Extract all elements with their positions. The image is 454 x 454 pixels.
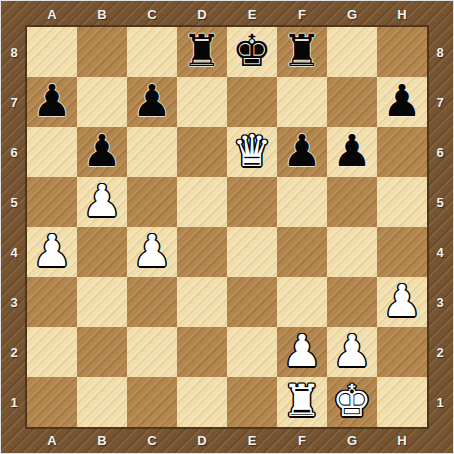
rank-label-7: 7	[1, 77, 27, 127]
white-rook-piece[interactable]: ♜	[282, 379, 321, 423]
file-label-f: F	[277, 1, 327, 27]
rank-label-4: 4	[1, 227, 27, 277]
square-e6[interactable]: ♛	[227, 127, 277, 177]
rank-label-6: 6	[427, 127, 453, 177]
square-d6[interactable]	[177, 127, 227, 177]
white-king-piece[interactable]: ♚	[332, 379, 371, 423]
square-f7[interactable]	[277, 77, 327, 127]
square-d1[interactable]	[177, 377, 227, 427]
white-pawn-piece[interactable]: ♟	[132, 229, 171, 273]
file-label-d: D	[177, 1, 227, 27]
black-pawn-piece[interactable]: ♟	[382, 79, 421, 123]
square-h5[interactable]	[377, 177, 427, 227]
rank-label-2: 2	[427, 327, 453, 377]
file-label-h: H	[377, 1, 427, 27]
file-label-a: A	[27, 1, 77, 27]
file-label-f: F	[277, 427, 327, 453]
black-rook-piece[interactable]: ♜	[282, 29, 321, 73]
black-king-piece[interactable]: ♚	[232, 29, 271, 73]
square-e1[interactable]	[227, 377, 277, 427]
square-g8[interactable]	[327, 27, 377, 77]
square-h3[interactable]: ♟	[377, 277, 427, 327]
rank-label-5: 5	[427, 177, 453, 227]
square-a3[interactable]	[27, 277, 77, 327]
square-a4[interactable]: ♟	[27, 227, 77, 277]
file-label-h: H	[377, 427, 427, 453]
black-rook-piece[interactable]: ♜	[182, 29, 221, 73]
square-d3[interactable]	[177, 277, 227, 327]
square-h7[interactable]: ♟	[377, 77, 427, 127]
rank-label-3: 3	[427, 277, 453, 327]
file-label-g: G	[327, 427, 377, 453]
square-d2[interactable]	[177, 327, 227, 377]
rank-label-1: 1	[1, 377, 27, 427]
square-a2[interactable]	[27, 327, 77, 377]
square-a6[interactable]	[27, 127, 77, 177]
file-label-e: E	[227, 427, 277, 453]
square-b6[interactable]: ♟	[77, 127, 127, 177]
square-e2[interactable]	[227, 327, 277, 377]
square-g5[interactable]	[327, 177, 377, 227]
square-f2[interactable]: ♟	[277, 327, 327, 377]
file-label-b: B	[77, 427, 127, 453]
file-labels-bottom: ABCDEFGH	[27, 427, 427, 453]
square-g4[interactable]	[327, 227, 377, 277]
file-label-a: A	[27, 427, 77, 453]
square-e8[interactable]: ♚	[227, 27, 277, 77]
square-b2[interactable]	[77, 327, 127, 377]
square-b5[interactable]: ♟	[77, 177, 127, 227]
square-f8[interactable]: ♜	[277, 27, 327, 77]
file-label-c: C	[127, 427, 177, 453]
square-g1[interactable]: ♚	[327, 377, 377, 427]
square-f3[interactable]	[277, 277, 327, 327]
square-d4[interactable]	[177, 227, 227, 277]
square-c6[interactable]	[127, 127, 177, 177]
rank-labels-right: 87654321	[427, 27, 453, 427]
white-pawn-piece[interactable]: ♟	[332, 329, 371, 373]
chess-board-frame: ABCDEFGH ABCDEFGH 87654321 87654321 ♜♚♜♟…	[0, 0, 454, 454]
black-pawn-piece[interactable]: ♟	[32, 79, 71, 123]
square-c1[interactable]	[127, 377, 177, 427]
square-b4[interactable]	[77, 227, 127, 277]
rank-label-1: 1	[427, 377, 453, 427]
rank-label-5: 5	[1, 177, 27, 227]
square-c2[interactable]	[127, 327, 177, 377]
black-pawn-piece[interactable]: ♟	[332, 129, 371, 173]
square-h4[interactable]	[377, 227, 427, 277]
square-g6[interactable]: ♟	[327, 127, 377, 177]
black-pawn-piece[interactable]: ♟	[82, 129, 121, 173]
square-d8[interactable]: ♜	[177, 27, 227, 77]
square-e5[interactable]	[227, 177, 277, 227]
file-label-d: D	[177, 427, 227, 453]
square-g3[interactable]	[327, 277, 377, 327]
black-pawn-piece[interactable]: ♟	[282, 129, 321, 173]
square-e7[interactable]	[227, 77, 277, 127]
square-b7[interactable]	[77, 77, 127, 127]
rank-label-4: 4	[427, 227, 453, 277]
white-pawn-piece[interactable]: ♟	[32, 229, 71, 273]
rank-label-7: 7	[427, 77, 453, 127]
square-f4[interactable]	[277, 227, 327, 277]
file-label-e: E	[227, 1, 277, 27]
square-h1[interactable]	[377, 377, 427, 427]
square-c8[interactable]	[127, 27, 177, 77]
file-label-b: B	[77, 1, 127, 27]
square-f6[interactable]: ♟	[277, 127, 327, 177]
square-d7[interactable]	[177, 77, 227, 127]
square-d5[interactable]	[177, 177, 227, 227]
square-h2[interactable]	[377, 327, 427, 377]
square-a5[interactable]	[27, 177, 77, 227]
file-label-g: G	[327, 1, 377, 27]
square-c7[interactable]: ♟	[127, 77, 177, 127]
file-labels-top: ABCDEFGH	[27, 1, 427, 27]
square-a8[interactable]	[27, 27, 77, 77]
white-pawn-piece[interactable]: ♟	[382, 279, 421, 323]
square-b1[interactable]	[77, 377, 127, 427]
rank-label-2: 2	[1, 327, 27, 377]
white-pawn-piece[interactable]: ♟	[282, 329, 321, 373]
white-pawn-piece[interactable]: ♟	[82, 179, 121, 223]
file-label-c: C	[127, 1, 177, 27]
square-e4[interactable]	[227, 227, 277, 277]
square-c3[interactable]	[127, 277, 177, 327]
white-queen-piece[interactable]: ♛	[232, 129, 271, 173]
square-h6[interactable]	[377, 127, 427, 177]
square-h8[interactable]	[377, 27, 427, 77]
square-b8[interactable]	[77, 27, 127, 77]
square-g7[interactable]	[327, 77, 377, 127]
chess-board: ♜♚♜♟♟♟♟♛♟♟♟♟♟♟♟♟♜♚	[27, 27, 427, 427]
square-f5[interactable]	[277, 177, 327, 227]
square-g2[interactable]: ♟	[327, 327, 377, 377]
square-b3[interactable]	[77, 277, 127, 327]
square-c5[interactable]	[127, 177, 177, 227]
black-pawn-piece[interactable]: ♟	[132, 79, 171, 123]
square-f1[interactable]: ♜	[277, 377, 327, 427]
square-c4[interactable]: ♟	[127, 227, 177, 277]
square-a1[interactable]	[27, 377, 77, 427]
rank-label-8: 8	[1, 27, 27, 77]
rank-label-3: 3	[1, 277, 27, 327]
rank-label-6: 6	[1, 127, 27, 177]
square-e3[interactable]	[227, 277, 277, 327]
rank-label-8: 8	[427, 27, 453, 77]
rank-labels-left: 87654321	[1, 27, 27, 427]
square-a7[interactable]: ♟	[27, 77, 77, 127]
